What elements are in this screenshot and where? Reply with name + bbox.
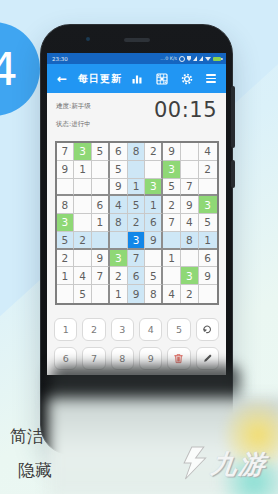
sudoku-cell-r1c5[interactable]: 8: [128, 143, 146, 161]
sudoku-cell-r4c8[interactable]: 9: [181, 196, 199, 214]
status-icons: …0 K/s: [160, 54, 221, 64]
numpad-key-4[interactable]: 4: [139, 318, 162, 341]
page: 4 23:30 …0 K/s ← 每日更新: [0, 0, 278, 494]
watermark-logo-icon: [180, 446, 210, 482]
sudoku-cell-r7c3[interactable]: 9: [92, 250, 110, 268]
status-bar: 23:30 …0 K/s: [47, 53, 226, 64]
sudoku-cell-r3c2[interactable]: [74, 179, 92, 197]
sudoku-cell-r6c6[interactable]: 9: [145, 232, 163, 250]
status-label: 状态:进行中: [56, 120, 91, 129]
clock-time: 23:30: [52, 56, 68, 62]
sudoku-cell-r6c8[interactable]: 8: [181, 232, 199, 250]
page-title: 每日更新: [78, 72, 122, 86]
sudoku-cell-r5c8[interactable]: 4: [181, 214, 199, 232]
sudoku-cell-r3c3[interactable]: [92, 179, 110, 197]
sudoku-cell-r4c1[interactable]: 8: [57, 196, 75, 214]
sudoku-cell-r5c7[interactable]: 7: [163, 214, 181, 232]
sudoku-cell-r1c6[interactable]: 2: [145, 143, 163, 161]
sudoku-cell-r2c6[interactable]: [145, 161, 163, 179]
sudoku-cell-r3c1[interactable]: [57, 179, 75, 197]
sudoku-cell-r7c4[interactable]: 3: [110, 250, 128, 268]
sudoku-cell-r2c9[interactable]: 2: [199, 161, 217, 179]
watermark-text: 九游: [209, 447, 269, 482]
sudoku-cell-r5c9[interactable]: 5: [199, 214, 217, 232]
sudoku-cell-r6c2[interactable]: 2: [74, 232, 92, 250]
sudoku-cell-r6c1[interactable]: 5: [57, 232, 75, 250]
app-bar: ← 每日更新: [47, 64, 226, 93]
sudoku-cell-r2c3[interactable]: [92, 161, 110, 179]
sudoku-cell-r2c5[interactable]: [128, 161, 146, 179]
sudoku-cell-r9c7[interactable]: 4: [163, 285, 181, 303]
sudoku-cell-r2c8[interactable]: [181, 161, 199, 179]
sudoku-cell-r4c3[interactable]: 6: [92, 196, 110, 214]
sudoku-cell-r4c5[interactable]: 5: [128, 196, 146, 214]
sudoku-cell-r8c5[interactable]: 6: [128, 267, 146, 285]
sudoku-cell-r4c2[interactable]: [74, 196, 92, 214]
settings-gear-icon[interactable]: [181, 73, 193, 85]
sudoku-cell-r6c3[interactable]: [92, 232, 110, 250]
caption-line1: 简洁: [10, 425, 44, 448]
sudoku-cell-r7c6[interactable]: [145, 250, 163, 268]
sudoku-board: 7356829491532913578645129331826745523981…: [55, 141, 219, 305]
sudoku-cell-r5c5[interactable]: 2: [128, 214, 146, 232]
sudoku-cell-r3c4[interactable]: 9: [110, 179, 128, 197]
sudoku-cell-r4c6[interactable]: 1: [145, 196, 163, 214]
sudoku-cell-r4c9[interactable]: 3: [199, 196, 217, 214]
watermark: 九游: [180, 446, 269, 482]
sudoku-cell-r8c2[interactable]: 4: [74, 267, 92, 285]
sudoku-cell-r3c7[interactable]: 5: [163, 179, 181, 197]
sudoku-cell-r5c6[interactable]: 6: [145, 214, 163, 232]
sudoku-cell-r2c7[interactable]: 3: [163, 161, 181, 179]
sudoku-cell-r8c7[interactable]: [163, 267, 181, 285]
alarm-icon: [179, 56, 185, 62]
sudoku-cell-r6c9[interactable]: 1: [199, 232, 217, 250]
sudoku-cell-r8c3[interactable]: 7: [92, 267, 110, 285]
numpad-key-5[interactable]: 5: [167, 318, 190, 341]
timer: 00:15: [154, 98, 217, 122]
sudoku-cell-r5c3[interactable]: 1: [92, 214, 110, 232]
sudoku-cell-r4c7[interactable]: 2: [163, 196, 181, 214]
sudoku-cell-r6c7[interactable]: [163, 232, 181, 250]
sudoku-cell-r6c4[interactable]: [110, 232, 128, 250]
numpad-key-1[interactable]: 1: [54, 318, 77, 341]
game-info-panel: 难度:新手级 状态:进行中 00:15: [47, 93, 226, 138]
earpiece-speaker: [124, 38, 150, 42]
stats-icon[interactable]: [131, 73, 143, 85]
sudoku-cell-r7c5[interactable]: 7: [128, 250, 146, 268]
sudoku-cell-r9c1[interactable]: [57, 285, 75, 303]
sudoku-cell-r5c2[interactable]: [74, 214, 92, 232]
wifi-icon: [205, 57, 211, 64]
sudoku-cell-r2c1[interactable]: 9: [57, 161, 75, 179]
undo-icon[interactable]: [196, 318, 219, 341]
sudoku-cell-r1c4[interactable]: 6: [110, 143, 128, 161]
battery-icon: [213, 57, 221, 61]
power-button: [231, 160, 235, 188]
sudoku-cell-r9c3[interactable]: [92, 285, 110, 303]
front-camera: [86, 37, 90, 41]
network-speed: …0 K/s: [160, 56, 177, 61]
sudoku-cell-r9c6[interactable]: 8: [145, 285, 163, 303]
step-number: 4: [0, 43, 18, 96]
numpad-key-2[interactable]: 2: [82, 318, 105, 341]
sudoku-cell-r3c6[interactable]: 3: [145, 179, 163, 197]
sudoku-cell-r7c8[interactable]: [181, 250, 199, 268]
sudoku-cell-r7c1[interactable]: 2: [57, 250, 75, 268]
sudoku-cell-r8c1[interactable]: 1: [57, 267, 75, 285]
sudoku-cell-r9c2[interactable]: 5: [74, 285, 92, 303]
phone-screen: 23:30 …0 K/s ← 每日更新: [47, 53, 226, 375]
sudoku-cell-r1c9[interactable]: 4: [199, 143, 217, 161]
sudoku-cell-r7c7[interactable]: 1: [163, 250, 181, 268]
caption-line2: 隐藏: [18, 459, 52, 482]
back-button[interactable]: ←: [57, 72, 67, 86]
security-icon: [187, 56, 191, 61]
sudoku-cell-r9c4[interactable]: 1: [110, 285, 128, 303]
sudoku-cell-r1c8[interactable]: [181, 143, 199, 161]
sudoku-cell-r1c1[interactable]: 7: [57, 143, 75, 161]
sudoku-cell-r8c9[interactable]: 9: [199, 267, 217, 285]
sudoku-cell-r2c2[interactable]: 1: [74, 161, 92, 179]
signal-icon: [193, 56, 197, 61]
sudoku-cell-r5c1[interactable]: 3: [57, 214, 75, 232]
sudoku-cell-r3c5[interactable]: 1: [128, 179, 146, 197]
number-pad: 123456789: [54, 318, 219, 370]
sudoku-cell-r1c2[interactable]: 3: [74, 143, 92, 161]
sudoku-cell-r3c9[interactable]: [199, 179, 217, 197]
sudoku-cell-r2c4[interactable]: 5: [110, 161, 128, 179]
sudoku-cell-r6c5[interactable]: 3: [128, 232, 146, 250]
sudoku-cell-r9c8[interactable]: 2: [181, 285, 199, 303]
sudoku-cell-r8c6[interactable]: 5: [145, 267, 163, 285]
sudoku-cell-r7c2[interactable]: [74, 250, 92, 268]
sudoku-cell-r3c8[interactable]: 7: [181, 179, 199, 197]
volume-button: [231, 86, 235, 148]
sudoku-cell-r4c4[interactable]: 4: [110, 196, 128, 214]
numpad-key-3[interactable]: 3: [111, 318, 134, 341]
sudoku-cell-r9c5[interactable]: 9: [128, 285, 146, 303]
grid-board-icon[interactable]: [156, 73, 168, 85]
appbar-actions: [131, 73, 216, 85]
sudoku-cell-r1c7[interactable]: 9: [163, 143, 181, 161]
sudoku-cell-r8c8[interactable]: 3: [181, 267, 199, 285]
menu-icon[interactable]: [206, 74, 216, 83]
sudoku-cell-r5c4[interactable]: 8: [110, 214, 128, 232]
sudoku-cell-r1c3[interactable]: 5: [92, 143, 110, 161]
sudoku-cell-r7c9[interactable]: 6: [199, 250, 217, 268]
difficulty-label: 难度:新手级: [56, 102, 91, 111]
signal2-icon: [199, 56, 203, 61]
sudoku-cell-r9c9[interactable]: [199, 285, 217, 303]
sudoku-cell-r8c4[interactable]: 2: [110, 267, 128, 285]
